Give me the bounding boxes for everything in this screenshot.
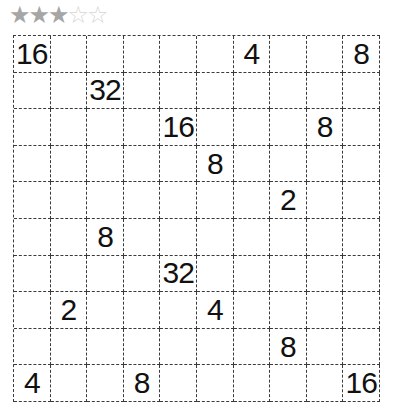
grid-cell[interactable] (234, 329, 271, 366)
star-filled-icon: ★ (29, 1, 49, 29)
grid-cell[interactable] (87, 146, 124, 183)
star-empty-icon: ☆ (87, 1, 107, 29)
puzzle-page: { "game": "fillomino-style number partit… (0, 0, 394, 412)
grid-cell[interactable] (160, 292, 197, 329)
grid-cell[interactable] (307, 182, 344, 219)
grid-cell[interactable] (87, 329, 124, 366)
grid-cell[interactable] (87, 365, 124, 402)
grid-cell[interactable] (197, 365, 234, 402)
grid-cell[interactable] (124, 219, 161, 256)
grid-cell[interactable] (124, 182, 161, 219)
grid-cell[interactable] (270, 292, 307, 329)
grid-cell[interactable] (307, 365, 344, 402)
grid-cell[interactable] (307, 36, 344, 73)
grid-cell[interactable] (343, 329, 380, 366)
grid-cell[interactable] (14, 256, 51, 293)
clue-cell[interactable]: 32 (160, 256, 197, 293)
star-filled-icon: ★ (9, 1, 29, 29)
grid-cell[interactable] (270, 365, 307, 402)
grid-cell[interactable] (87, 182, 124, 219)
grid-cell[interactable] (343, 292, 380, 329)
star-filled-icon: ★ (48, 1, 68, 29)
grid-cell[interactable] (124, 256, 161, 293)
clue-cell[interactable]: 8 (343, 36, 380, 73)
grid-cell[interactable] (197, 219, 234, 256)
clue-cell[interactable]: 4 (197, 292, 234, 329)
grid-cell[interactable] (197, 36, 234, 73)
grid-cell[interactable] (51, 109, 88, 146)
clue-cell[interactable]: 8 (197, 146, 234, 183)
grid-cell[interactable] (270, 256, 307, 293)
clue-cell[interactable]: 16 (343, 365, 380, 402)
clue-cell[interactable]: 4 (234, 36, 271, 73)
grid-cell[interactable] (234, 146, 271, 183)
grid-cell[interactable] (51, 329, 88, 366)
grid-cell[interactable] (87, 292, 124, 329)
grid-cell[interactable] (51, 219, 88, 256)
grid-cell[interactable] (307, 73, 344, 110)
grid-cell[interactable] (270, 146, 307, 183)
grid-cell[interactable] (51, 256, 88, 293)
grid-cell[interactable] (270, 36, 307, 73)
grid-cell[interactable] (270, 109, 307, 146)
grid-cell[interactable] (160, 365, 197, 402)
grid-cell[interactable] (234, 292, 271, 329)
clue-cell[interactable]: 16 (160, 109, 197, 146)
grid-cell[interactable] (343, 256, 380, 293)
grid-cell[interactable] (343, 219, 380, 256)
grid-cell[interactable] (234, 256, 271, 293)
grid-cell[interactable] (160, 329, 197, 366)
grid-cell[interactable] (343, 182, 380, 219)
grid-cell[interactable] (160, 146, 197, 183)
grid-cell[interactable] (87, 256, 124, 293)
grid-cell[interactable] (160, 73, 197, 110)
grid-cell[interactable] (51, 182, 88, 219)
grid-cell[interactable] (124, 146, 161, 183)
grid-cell[interactable] (51, 146, 88, 183)
grid-cell[interactable] (234, 182, 271, 219)
grid-cell[interactable] (51, 73, 88, 110)
grid-cell[interactable] (124, 36, 161, 73)
clue-cell[interactable]: 32 (87, 73, 124, 110)
grid-cell[interactable] (14, 182, 51, 219)
grid-cell[interactable] (234, 365, 271, 402)
grid-cell[interactable] (51, 365, 88, 402)
grid-cell[interactable] (197, 109, 234, 146)
grid-cell[interactable] (234, 73, 271, 110)
grid-cell[interactable] (197, 73, 234, 110)
clue-cell[interactable]: 16 (14, 36, 51, 73)
grid-cell[interactable] (160, 219, 197, 256)
grid-cell[interactable] (124, 109, 161, 146)
grid-cell[interactable] (124, 73, 161, 110)
grid-cell[interactable] (307, 292, 344, 329)
clue-cell[interactable]: 2 (270, 182, 307, 219)
grid-cell[interactable] (197, 256, 234, 293)
grid-cell[interactable] (14, 329, 51, 366)
clue-cell[interactable]: 8 (124, 365, 161, 402)
grid-cell[interactable] (87, 109, 124, 146)
clue-cell[interactable]: 4 (14, 365, 51, 402)
difficulty-stars: ★★★☆☆ (9, 1, 107, 29)
grid-cell[interactable] (234, 109, 271, 146)
grid-cell[interactable] (124, 329, 161, 366)
grid-cell[interactable] (234, 219, 271, 256)
grid-cell[interactable] (14, 109, 51, 146)
grid-cell[interactable] (197, 329, 234, 366)
grid-cell[interactable] (307, 256, 344, 293)
grid-cell[interactable] (307, 219, 344, 256)
grid-cell[interactable] (51, 36, 88, 73)
star-empty-icon: ☆ (68, 1, 88, 29)
clue-cell[interactable]: 2 (51, 292, 88, 329)
grid-cell[interactable] (343, 109, 380, 146)
grid-cell[interactable] (197, 182, 234, 219)
grid-cell[interactable] (87, 36, 124, 73)
grid-cell[interactable] (160, 36, 197, 73)
grid-cell[interactable] (307, 146, 344, 183)
grid-cell[interactable] (14, 219, 51, 256)
grid-cell[interactable] (270, 73, 307, 110)
grid-cell[interactable] (343, 73, 380, 110)
clue-cell[interactable]: 8 (307, 109, 344, 146)
clue-cell[interactable]: 8 (270, 329, 307, 366)
puzzle-board: 164832168828322484816 (13, 35, 380, 402)
grid-cell[interactable] (160, 182, 197, 219)
grid-cell[interactable] (14, 292, 51, 329)
grid-cell[interactable] (14, 73, 51, 110)
grid-cell[interactable] (14, 146, 51, 183)
grid-cell[interactable] (343, 146, 380, 183)
clue-cell[interactable]: 8 (87, 219, 124, 256)
grid-cell[interactable] (307, 329, 344, 366)
grid-cell[interactable] (124, 292, 161, 329)
grid-cell[interactable] (270, 219, 307, 256)
